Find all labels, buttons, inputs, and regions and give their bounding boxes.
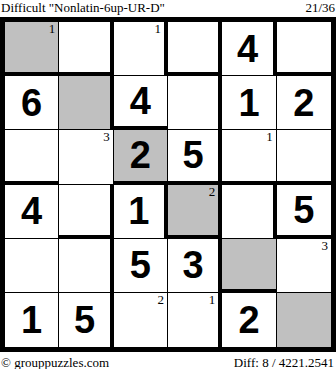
difficulty-text: Diff: 8 / 4221.2541 <box>234 355 334 369</box>
cell-value: 4 <box>21 192 42 230</box>
cell-r5c3[interactable]: 5 <box>114 239 168 293</box>
cell-r2c1[interactable]: 6 <box>5 76 59 130</box>
cell-r1c2[interactable] <box>59 22 113 76</box>
cell-r6c6[interactable] <box>277 293 331 347</box>
cell-r2c5[interactable]: 1 <box>222 76 276 130</box>
cell-value: 4 <box>130 82 151 120</box>
cell-r3c2[interactable]: 3 <box>59 130 113 184</box>
cell-value: 5 <box>130 246 151 284</box>
cell-value: 2 <box>293 84 314 122</box>
cell-clue: 1 <box>266 129 273 145</box>
cell-r1c1[interactable]: 1 <box>5 22 59 76</box>
cell-r1c5[interactable]: 4 <box>222 22 276 76</box>
footer: © grouppuzzles.com Diff: 8 / 4221.2541 <box>0 352 336 369</box>
cell-r4c3[interactable]: 1 <box>114 185 168 239</box>
cell-value: 3 <box>183 246 204 284</box>
cell-r2c2[interactable] <box>59 76 113 130</box>
cell-r5c4[interactable]: 3 <box>168 239 222 293</box>
cell-r4c6[interactable]: 5 <box>277 185 331 239</box>
cell-r6c4[interactable]: 1 <box>168 293 222 347</box>
cell-clue: 3 <box>321 238 328 254</box>
cell-value: 1 <box>128 192 149 230</box>
cell-r2c4[interactable] <box>168 76 222 130</box>
cell-r4c5[interactable] <box>222 185 276 239</box>
cell-clue: 2 <box>209 184 216 200</box>
cell-r5c6[interactable]: 3 <box>277 239 331 293</box>
cell-value: 1 <box>238 84 259 122</box>
cell-r5c2[interactable] <box>59 239 113 293</box>
cell-r1c4[interactable] <box>168 22 222 76</box>
cell-r5c5[interactable] <box>222 239 276 293</box>
cell-clue: 1 <box>49 21 56 37</box>
cell-r1c3[interactable]: 1 <box>114 22 168 76</box>
cell-r5c1[interactable] <box>5 239 59 293</box>
cell-r2c3[interactable]: 4 <box>114 76 168 130</box>
cell-r6c3[interactable]: 2 <box>114 293 168 347</box>
cell-value: 1 <box>21 301 42 339</box>
cell-r4c2[interactable] <box>59 185 113 239</box>
progress-counter: 21/36 <box>305 0 335 15</box>
cell-clue: 1 <box>209 292 216 308</box>
cell-r6c5[interactable]: 2 <box>222 293 276 347</box>
cell-value: 2 <box>130 136 151 174</box>
cell-r3c1[interactable] <box>5 130 59 184</box>
cell-clue: 2 <box>157 292 164 308</box>
cell-value: 5 <box>293 191 314 229</box>
cell-value: 2 <box>238 301 259 339</box>
cell-value: 5 <box>74 301 95 339</box>
cell-clue: 3 <box>103 129 110 145</box>
cell-value: 4 <box>237 30 258 68</box>
cell-r1c6[interactable] <box>277 22 331 76</box>
cell-r3c3[interactable]: 2 <box>114 130 168 184</box>
cell-clue: 1 <box>154 21 161 37</box>
cell-r4c1[interactable]: 4 <box>5 185 59 239</box>
header: Difficult "Nonlatin-6up-UR-D" 21/36 <box>0 0 336 17</box>
copyright-text: © grouppuzzles.com <box>1 355 109 369</box>
page-title: Difficult "Nonlatin-6up-UR-D" <box>1 0 165 15</box>
cell-r6c2[interactable]: 5 <box>59 293 113 347</box>
cell-r3c4[interactable]: 5 <box>168 130 222 184</box>
cell-r3c6[interactable] <box>277 130 331 184</box>
puzzle-grid: 11464123251412553315212 <box>0 17 336 352</box>
cell-value: 6 <box>21 84 42 122</box>
cell-value: 5 <box>183 136 204 174</box>
cell-r2c6[interactable]: 2 <box>277 76 331 130</box>
cell-r6c1[interactable]: 1 <box>5 293 59 347</box>
cell-r3c5[interactable]: 1 <box>222 130 276 184</box>
cell-r4c4[interactable]: 2 <box>168 185 222 239</box>
